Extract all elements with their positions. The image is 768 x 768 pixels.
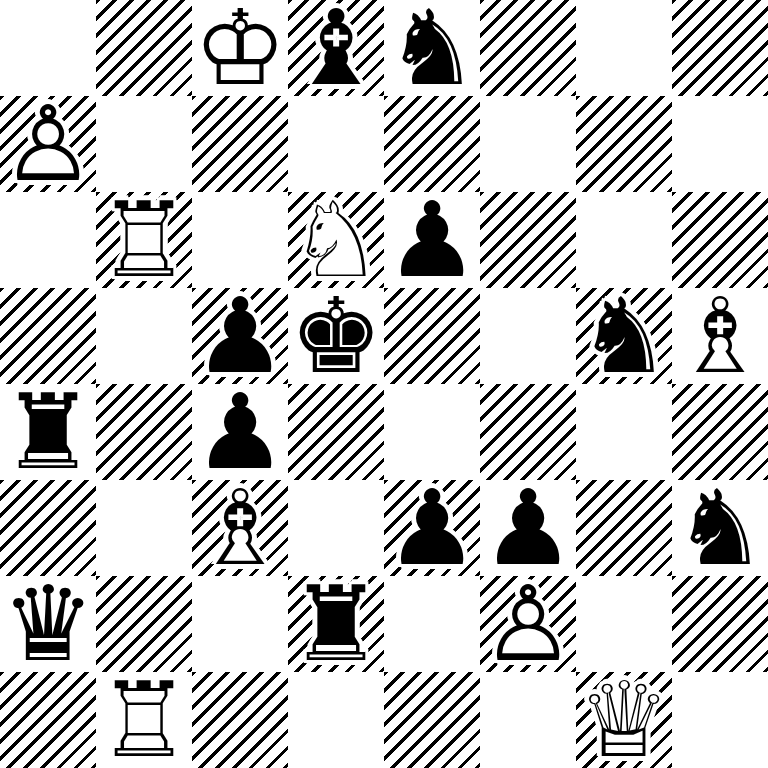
white-bishop-c3: ♝♗ (192, 480, 288, 576)
square-a8[interactable] (0, 0, 96, 96)
square-e4[interactable] (384, 384, 480, 480)
square-g6[interactable] (576, 192, 672, 288)
square-e1[interactable] (384, 672, 480, 768)
black-pawn-e3: ♟♟ (384, 480, 480, 576)
black-pawn-icon: ♟ (384, 192, 480, 288)
square-a3[interactable] (0, 480, 96, 576)
square-g2[interactable] (576, 576, 672, 672)
square-f4[interactable] (480, 384, 576, 480)
black-knight-h3: ♞♞ (672, 480, 768, 576)
black-knight-icon: ♞ (672, 480, 768, 576)
square-h7[interactable] (672, 96, 768, 192)
square-d2[interactable]: ♜♜ (288, 576, 384, 672)
square-d7[interactable] (288, 96, 384, 192)
black-queen-icon: ♛ (0, 576, 96, 672)
black-rook-d2: ♜♜ (288, 576, 384, 672)
black-pawn-f3: ♟♟ (480, 480, 576, 576)
black-queen-a2: ♛♛ (0, 576, 96, 672)
square-e3[interactable]: ♟♟ (384, 480, 480, 576)
square-d3[interactable] (288, 480, 384, 576)
black-pawn-icon: ♟ (384, 480, 480, 576)
white-knight-d6: ♞♘ (288, 192, 384, 288)
black-knight-icon: ♞ (384, 0, 480, 96)
square-e7[interactable] (384, 96, 480, 192)
chess-board: ♚♔♝♝♞♞♟♙♜♖♞♘♟♟♟♟♚♚♞♞♝♗♜♜♟♟♝♗♟♟♟♟♞♞♛♛♜♜♟♙… (0, 0, 768, 768)
square-c4[interactable]: ♟♟ (192, 384, 288, 480)
square-b1[interactable]: ♜♖ (96, 672, 192, 768)
black-king-icon: ♚ (288, 288, 384, 384)
square-c3[interactable]: ♝♗ (192, 480, 288, 576)
black-king-d5: ♚♚ (288, 288, 384, 384)
square-h5[interactable]: ♝♗ (672, 288, 768, 384)
square-g3[interactable] (576, 480, 672, 576)
black-rook-a4: ♜♜ (0, 384, 96, 480)
square-b4[interactable] (96, 384, 192, 480)
black-knight-e8: ♞♞ (384, 0, 480, 96)
white-rook-icon: ♖ (96, 672, 192, 768)
square-a5[interactable] (0, 288, 96, 384)
square-b6[interactable]: ♜♖ (96, 192, 192, 288)
black-pawn-icon: ♟ (192, 288, 288, 384)
square-d8[interactable]: ♝♝ (288, 0, 384, 96)
square-b5[interactable] (96, 288, 192, 384)
square-g1[interactable]: ♛♕ (576, 672, 672, 768)
square-b8[interactable] (96, 0, 192, 96)
black-pawn-icon: ♟ (192, 384, 288, 480)
white-queen-icon: ♕ (576, 672, 672, 768)
square-g7[interactable] (576, 96, 672, 192)
black-pawn-icon: ♟ (480, 480, 576, 576)
square-c5[interactable]: ♟♟ (192, 288, 288, 384)
square-c7[interactable] (192, 96, 288, 192)
square-c8[interactable]: ♚♔ (192, 0, 288, 96)
white-bishop-icon: ♗ (192, 480, 288, 576)
square-d1[interactable] (288, 672, 384, 768)
square-a7[interactable]: ♟♙ (0, 96, 96, 192)
square-e2[interactable] (384, 576, 480, 672)
square-g4[interactable] (576, 384, 672, 480)
square-a6[interactable] (0, 192, 96, 288)
black-pawn-c5: ♟♟ (192, 288, 288, 384)
white-pawn-icon: ♙ (0, 96, 96, 192)
square-a2[interactable]: ♛♛ (0, 576, 96, 672)
black-rook-icon: ♜ (288, 576, 384, 672)
square-c2[interactable] (192, 576, 288, 672)
square-h3[interactable]: ♞♞ (672, 480, 768, 576)
black-knight-g5: ♞♞ (576, 288, 672, 384)
white-rook-b6: ♜♖ (96, 192, 192, 288)
square-a1[interactable] (0, 672, 96, 768)
white-queen-g1: ♛♕ (576, 672, 672, 768)
white-bishop-icon: ♗ (672, 288, 768, 384)
square-d5[interactable]: ♚♚ (288, 288, 384, 384)
square-f6[interactable] (480, 192, 576, 288)
white-pawn-a7: ♟♙ (0, 96, 96, 192)
black-knight-icon: ♞ (576, 288, 672, 384)
square-h8[interactable] (672, 0, 768, 96)
square-d6[interactable]: ♞♘ (288, 192, 384, 288)
square-a4[interactable]: ♜♜ (0, 384, 96, 480)
square-d4[interactable] (288, 384, 384, 480)
square-g5[interactable]: ♞♞ (576, 288, 672, 384)
white-pawn-f2: ♟♙ (480, 576, 576, 672)
black-bishop-d8: ♝♝ (288, 0, 384, 96)
square-b3[interactable] (96, 480, 192, 576)
white-pawn-icon: ♙ (480, 576, 576, 672)
square-f5[interactable] (480, 288, 576, 384)
square-g8[interactable] (576, 0, 672, 96)
white-knight-icon: ♘ (288, 192, 384, 288)
black-pawn-e6: ♟♟ (384, 192, 480, 288)
square-b7[interactable] (96, 96, 192, 192)
white-king-c8: ♚♔ (192, 0, 288, 96)
white-rook-icon: ♖ (96, 192, 192, 288)
black-rook-icon: ♜ (0, 384, 96, 480)
black-bishop-icon: ♝ (288, 0, 384, 96)
square-e8[interactable]: ♞♞ (384, 0, 480, 96)
square-f1[interactable] (480, 672, 576, 768)
square-h1[interactable] (672, 672, 768, 768)
square-h6[interactable] (672, 192, 768, 288)
square-f7[interactable] (480, 96, 576, 192)
square-e5[interactable] (384, 288, 480, 384)
square-f3[interactable]: ♟♟ (480, 480, 576, 576)
square-f8[interactable] (480, 0, 576, 96)
square-c6[interactable] (192, 192, 288, 288)
square-c1[interactable] (192, 672, 288, 768)
square-f2[interactable]: ♟♙ (480, 576, 576, 672)
white-bishop-h5: ♝♗ (672, 288, 768, 384)
white-king-icon: ♔ (192, 0, 288, 96)
black-pawn-c4: ♟♟ (192, 384, 288, 480)
square-e6[interactable]: ♟♟ (384, 192, 480, 288)
white-rook-b1: ♜♖ (96, 672, 192, 768)
square-b2[interactable] (96, 576, 192, 672)
square-h2[interactable] (672, 576, 768, 672)
square-h4[interactable] (672, 384, 768, 480)
